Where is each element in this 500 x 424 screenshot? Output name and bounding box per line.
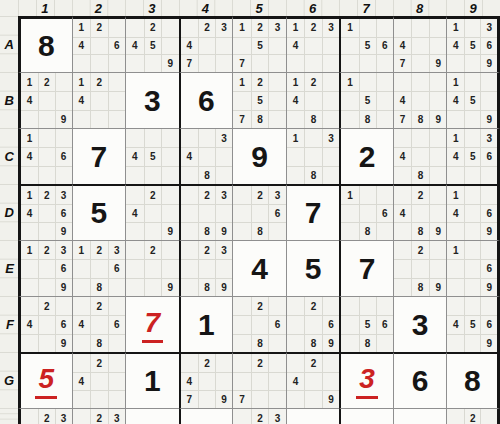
empty-candidate-slot — [394, 241, 412, 259]
candidate-digit: 1 — [287, 73, 305, 91]
candidate-digit: 2 — [304, 19, 322, 37]
solved-digit: 7 — [305, 198, 322, 228]
empty-candidate-slot — [287, 390, 305, 408]
empty-candidate-slot — [411, 19, 429, 37]
empty-candidate-slot — [38, 259, 55, 277]
cell-F2[interactable]: 2468 — [72, 296, 126, 352]
candidate-digit: 4 — [21, 147, 38, 165]
empty-candidate-slot — [376, 91, 393, 109]
cell-F6[interactable]: 2689 — [286, 296, 340, 352]
empty-candidate-slot — [304, 54, 322, 72]
cell-A4[interactable]: 2347 — [179, 16, 233, 72]
empty-candidate-slot — [108, 297, 126, 315]
candidate-digit: 3 — [480, 129, 497, 147]
cell-G7[interactable]: 3 — [339, 352, 393, 408]
candidate-digit: 9 — [55, 334, 72, 352]
empty-candidate-slot — [429, 129, 447, 147]
candidate-digit: 6 — [480, 204, 497, 222]
candidate-digit: 9 — [215, 278, 232, 296]
candidate-digit: 4 — [287, 372, 305, 390]
candidate-digit: 1 — [447, 19, 464, 37]
cell-B4[interactable]: 6 — [179, 72, 233, 128]
cell-C4[interactable]: 348 — [179, 128, 233, 184]
empty-candidate-slot — [161, 37, 179, 55]
empty-candidate-slot — [376, 186, 393, 204]
candidate-digit: 2 — [304, 354, 322, 372]
empty-candidate-slot — [359, 54, 376, 72]
candidate-digit: 4 — [21, 204, 38, 222]
cell-B5[interactable]: 12578 — [232, 72, 286, 128]
candidate-digit: 9 — [55, 222, 72, 240]
solved-digit: 8 — [38, 31, 55, 61]
empty-candidate-slot — [429, 186, 447, 204]
cell-E5[interactable]: 4 — [232, 240, 286, 296]
column-label-3: 3 — [125, 0, 179, 16]
empty-candidate-slot — [341, 110, 358, 128]
empty-candidate-slot — [322, 110, 340, 128]
empty-candidate-slot — [287, 354, 305, 372]
candidate-digit: 6 — [268, 204, 286, 222]
candidate-digit: 2 — [464, 409, 481, 424]
empty-candidate-slot — [268, 54, 286, 72]
cell-C3[interactable]: 45 — [125, 128, 179, 184]
empty-candidate-slot — [268, 354, 286, 372]
empty-candidate-slot — [394, 166, 412, 184]
empty-candidate-slot — [73, 297, 91, 315]
empty-candidate-slot — [304, 372, 322, 390]
cell-E9[interactable]: 169 — [446, 240, 500, 296]
candidate-digit: 6 — [108, 315, 126, 333]
empty-candidate-slot — [429, 259, 447, 277]
empty-candidate-slot — [268, 372, 286, 390]
candidate-digit: 4 — [394, 91, 412, 109]
candidate-digit: 3 — [268, 409, 286, 424]
empty-candidate-slot — [181, 354, 198, 372]
solved-digit: 6 — [198, 86, 215, 116]
candidate-digit: 9 — [55, 110, 72, 128]
solved-digit: 5 — [90, 198, 107, 228]
candidate-digit: 8 — [359, 110, 376, 128]
empty-candidate-slot — [322, 73, 340, 91]
cell-C7[interactable]: 2 — [339, 128, 393, 184]
candidate-digit: 1 — [447, 73, 464, 91]
cell-B3[interactable]: 3 — [125, 72, 179, 128]
cell-E6[interactable]: 5 — [286, 240, 340, 296]
candidate-digit: 6 — [55, 315, 72, 333]
cell-A9[interactable]: 134569 — [446, 16, 500, 72]
empty-candidate-slot — [90, 110, 108, 128]
empty-candidate-slot — [251, 204, 269, 222]
empty-candidate-slot — [359, 186, 376, 204]
column-label-8: 8 — [393, 0, 447, 16]
empty-candidate-slot — [108, 110, 126, 128]
red-entry-digit: 7 — [142, 307, 164, 343]
candidate-digit: 4 — [394, 204, 412, 222]
empty-candidate-slot — [464, 297, 481, 315]
candidate-digit: 2 — [38, 409, 55, 424]
empty-candidate-slot — [447, 166, 464, 184]
empty-candidate-slot — [447, 409, 464, 424]
candidate-digit: 1 — [73, 241, 91, 259]
candidate-digit: 2 — [90, 354, 108, 372]
empty-candidate-slot — [21, 259, 38, 277]
empty-candidate-slot — [287, 166, 305, 184]
empty-candidate-slot — [376, 110, 393, 128]
cell-A1[interactable]: 8 — [18, 16, 72, 72]
empty-candidate-slot — [447, 259, 464, 277]
empty-candidate-slot — [447, 278, 464, 296]
candidate-digit: 8 — [304, 166, 322, 184]
candidate-digit: 4 — [73, 372, 91, 390]
empty-candidate-slot — [161, 259, 179, 277]
candidate-digit: 8 — [411, 166, 429, 184]
cell-D4[interactable]: 2389 — [179, 184, 233, 240]
candidate-digit: 2 — [198, 186, 215, 204]
candidate-digit: 5 — [359, 315, 376, 333]
empty-candidate-slot — [161, 129, 179, 147]
cell-C6[interactable]: 138 — [286, 128, 340, 184]
empty-candidate-slot — [233, 297, 251, 315]
candidate-digit: 2 — [90, 409, 108, 424]
candidate-digit: 9 — [161, 54, 179, 72]
empty-candidate-slot — [287, 334, 305, 352]
cell-D8[interactable]: 2489 — [393, 184, 447, 240]
cell-D5[interactable]: 2368 — [232, 184, 286, 240]
solved-digit: 2 — [359, 142, 376, 172]
candidate-digit: 2 — [304, 73, 322, 91]
empty-candidate-slot — [215, 204, 232, 222]
cell-D3[interactable]: 249 — [125, 184, 179, 240]
empty-candidate-slot — [394, 19, 412, 37]
cell-E4[interactable]: 2389 — [179, 240, 233, 296]
candidate-digit: 6 — [55, 259, 72, 277]
candidate-digit: 1 — [73, 73, 91, 91]
candidate-digit: 3 — [55, 186, 72, 204]
empty-candidate-slot — [73, 54, 91, 72]
candidate-digit: 9 — [480, 54, 497, 72]
empty-candidate-slot — [480, 91, 497, 109]
cell-E7[interactable]: 7 — [339, 240, 393, 296]
candidate-digit: 9 — [480, 222, 497, 240]
cell-H9[interactable]: 2 — [446, 408, 500, 424]
candidate-digit: 9 — [480, 110, 497, 128]
sudoku-board: 123456789A812462459234712357123415647913… — [0, 0, 500, 424]
empty-candidate-slot — [126, 259, 144, 277]
empty-candidate-slot — [181, 19, 198, 37]
empty-candidate-slot — [376, 73, 393, 91]
candidate-digit: 8 — [251, 110, 269, 128]
candidate-digit: 3 — [322, 19, 340, 37]
cell-G2[interactable]: 24 — [72, 352, 126, 408]
cell-G3[interactable]: 1 — [125, 352, 179, 408]
cell-B7[interactable]: 158 — [339, 72, 393, 128]
cell-F1[interactable]: 2469 — [18, 296, 72, 352]
candidate-digit: 1 — [341, 19, 358, 37]
cell-B6[interactable]: 1248 — [286, 72, 340, 128]
cell-A8[interactable]: 479 — [393, 16, 447, 72]
candidate-digit: 1 — [21, 186, 38, 204]
candidate-digit: 5 — [251, 91, 269, 109]
cell-H8[interactable] — [393, 408, 447, 424]
red-entry-digit: 3 — [356, 363, 378, 399]
candidate-digit: 6 — [480, 147, 497, 165]
cell-E2[interactable]: 12368 — [72, 240, 126, 296]
empty-candidate-slot — [341, 222, 358, 240]
empty-candidate-slot — [126, 186, 144, 204]
empty-candidate-slot — [21, 334, 38, 352]
candidate-digit: 3 — [55, 241, 72, 259]
candidate-digit: 8 — [411, 110, 429, 128]
empty-candidate-slot — [287, 147, 305, 165]
cell-F3[interactable]: 7 — [125, 296, 179, 352]
cell-B2[interactable]: 124 — [72, 72, 126, 128]
candidate-digit: 9 — [429, 278, 447, 296]
candidate-digit: 3 — [215, 241, 232, 259]
candidate-digit: 2 — [38, 73, 55, 91]
cell-F7[interactable]: 568 — [339, 296, 393, 352]
cell-G9[interactable]: 8 — [446, 352, 500, 408]
candidate-digit: 3 — [55, 409, 72, 424]
candidate-digit: 7 — [233, 54, 251, 72]
candidate-digit: 3 — [108, 241, 126, 259]
empty-candidate-slot — [198, 129, 215, 147]
empty-candidate-slot — [251, 372, 269, 390]
empty-candidate-slot — [411, 129, 429, 147]
candidate-digit: 1 — [287, 129, 305, 147]
cell-A3[interactable]: 2459 — [125, 16, 179, 72]
column-label-5: 5 — [232, 0, 286, 16]
empty-candidate-slot — [447, 222, 464, 240]
cell-H4[interactable] — [179, 408, 233, 424]
empty-candidate-slot — [126, 222, 144, 240]
cell-H1[interactable]: 23 — [18, 408, 72, 424]
candidate-digit: 8 — [304, 110, 322, 128]
column-label-6: 6 — [286, 0, 340, 16]
cell-C5[interactable]: 9 — [232, 128, 286, 184]
candidate-digit: 3 — [268, 186, 286, 204]
cell-D1[interactable]: 123469 — [18, 184, 72, 240]
empty-candidate-slot — [90, 259, 108, 277]
empty-candidate-slot — [287, 110, 305, 128]
cell-B9[interactable]: 1459 — [446, 72, 500, 128]
empty-candidate-slot — [108, 91, 126, 109]
cell-F5[interactable]: 268 — [232, 296, 286, 352]
empty-candidate-slot — [21, 409, 38, 424]
cell-G5[interactable]: 27 — [232, 352, 286, 408]
empty-candidate-slot — [322, 354, 340, 372]
cell-H3[interactable] — [125, 408, 179, 424]
empty-candidate-slot — [322, 37, 340, 55]
solved-digit: 9 — [251, 142, 268, 172]
empty-candidate-slot — [126, 19, 144, 37]
solved-digit: 1 — [144, 366, 161, 396]
candidate-digit: 2 — [251, 409, 269, 424]
empty-candidate-slot — [38, 315, 55, 333]
empty-candidate-slot — [376, 334, 393, 352]
cell-H7[interactable] — [339, 408, 393, 424]
candidate-digit: 4 — [181, 37, 198, 55]
empty-candidate-slot — [322, 372, 340, 390]
cell-C9[interactable]: 13456 — [446, 128, 500, 184]
empty-candidate-slot — [359, 297, 376, 315]
cell-C8[interactable]: 48 — [393, 128, 447, 184]
empty-candidate-slot — [233, 334, 251, 352]
candidate-digit: 4 — [394, 147, 412, 165]
candidate-digit: 4 — [447, 147, 464, 165]
cell-E8[interactable]: 289 — [393, 240, 447, 296]
empty-candidate-slot — [215, 354, 232, 372]
cell-H6[interactable] — [286, 408, 340, 424]
empty-candidate-slot — [38, 147, 55, 165]
cell-F4[interactable]: 1 — [179, 296, 233, 352]
empty-candidate-slot — [268, 110, 286, 128]
empty-candidate-slot — [108, 372, 126, 390]
empty-candidate-slot — [144, 129, 162, 147]
cell-G4[interactable]: 2479 — [179, 352, 233, 408]
candidate-digit: 3 — [268, 19, 286, 37]
empty-candidate-slot — [198, 54, 215, 72]
empty-candidate-slot — [233, 409, 251, 424]
candidate-digit: 4 — [126, 37, 144, 55]
cell-E1[interactable]: 12369 — [18, 240, 72, 296]
empty-candidate-slot — [429, 166, 447, 184]
candidate-digit: 2 — [38, 186, 55, 204]
empty-candidate-slot — [73, 278, 91, 296]
empty-candidate-slot — [464, 259, 481, 277]
empty-candidate-slot — [376, 54, 393, 72]
empty-candidate-slot — [268, 390, 286, 408]
candidate-digit: 9 — [322, 334, 340, 352]
empty-candidate-slot — [268, 222, 286, 240]
candidate-digit: 9 — [429, 222, 447, 240]
candidate-digit: 7 — [394, 54, 412, 72]
empty-candidate-slot — [38, 129, 55, 147]
candidate-digit: 4 — [21, 315, 38, 333]
empty-candidate-slot — [464, 166, 481, 184]
candidate-digit: 4 — [287, 91, 305, 109]
solved-digit: 7 — [359, 254, 376, 284]
empty-candidate-slot — [233, 37, 251, 55]
cell-D7[interactable]: 168 — [339, 184, 393, 240]
empty-candidate-slot — [233, 222, 251, 240]
empty-candidate-slot — [429, 37, 447, 55]
candidate-digit: 4 — [21, 91, 38, 109]
empty-candidate-slot — [73, 354, 91, 372]
candidate-digit: 8 — [90, 334, 108, 352]
cell-D2[interactable]: 5 — [72, 184, 126, 240]
empty-candidate-slot — [341, 54, 358, 72]
cell-H2[interactable]: 23 — [72, 408, 126, 424]
empty-candidate-slot — [251, 390, 269, 408]
empty-candidate-slot — [38, 334, 55, 352]
candidate-digit: 9 — [429, 110, 447, 128]
empty-candidate-slot — [73, 110, 91, 128]
cell-H5[interactable]: 23 — [232, 408, 286, 424]
cell-G8[interactable]: 6 — [393, 352, 447, 408]
cell-G6[interactable]: 249 — [286, 352, 340, 408]
column-label-9: 9 — [446, 0, 500, 16]
column-label-2: 2 — [72, 0, 126, 16]
cell-B8[interactable]: 4789 — [393, 72, 447, 128]
candidate-digit: 6 — [480, 315, 497, 333]
candidate-digit: 6 — [376, 315, 393, 333]
cell-C1[interactable]: 146 — [18, 128, 72, 184]
candidate-digit: 4 — [447, 91, 464, 109]
cell-A2[interactable]: 1246 — [72, 16, 126, 72]
empty-candidate-slot — [38, 166, 55, 184]
cell-D9[interactable]: 1469 — [446, 184, 500, 240]
empty-candidate-slot — [108, 334, 126, 352]
empty-candidate-slot — [55, 129, 72, 147]
cell-A6[interactable]: 1234 — [286, 16, 340, 72]
row-label-cutoff — [0, 408, 18, 424]
candidate-digit: 9 — [161, 278, 179, 296]
candidate-digit: 5 — [359, 91, 376, 109]
empty-candidate-slot — [480, 409, 497, 424]
empty-candidate-slot — [198, 37, 215, 55]
empty-candidate-slot — [108, 278, 126, 296]
candidate-digit: 7 — [394, 110, 412, 128]
empty-candidate-slot — [38, 91, 55, 109]
candidate-digit: 3 — [215, 186, 232, 204]
cell-B1[interactable]: 1249 — [18, 72, 72, 128]
empty-candidate-slot — [322, 166, 340, 184]
empty-candidate-slot — [126, 166, 144, 184]
empty-candidate-slot — [161, 147, 179, 165]
candidate-digit: 6 — [55, 204, 72, 222]
row-label-G: G — [0, 352, 18, 408]
candidate-digit: 1 — [341, 73, 358, 91]
empty-candidate-slot — [304, 315, 322, 333]
empty-candidate-slot — [38, 222, 55, 240]
empty-candidate-slot — [322, 147, 340, 165]
candidate-digit: 4 — [287, 37, 305, 55]
candidate-digit: 2 — [38, 297, 55, 315]
candidate-digit: 5 — [464, 315, 481, 333]
empty-candidate-slot — [480, 297, 497, 315]
empty-candidate-slot — [181, 204, 198, 222]
cell-A5[interactable]: 12357 — [232, 16, 286, 72]
cell-C2[interactable]: 7 — [72, 128, 126, 184]
empty-candidate-slot — [411, 54, 429, 72]
cell-F9[interactable]: 4569 — [446, 296, 500, 352]
cell-D6[interactable]: 7 — [286, 184, 340, 240]
candidate-digit: 2 — [411, 241, 429, 259]
candidate-digit: 9 — [215, 222, 232, 240]
candidate-digit: 2 — [90, 19, 108, 37]
empty-candidate-slot — [126, 54, 144, 72]
candidate-digit: 2 — [304, 297, 322, 315]
row-label-E: E — [0, 240, 18, 296]
candidate-digit: 7 — [233, 390, 251, 408]
red-entry-digit: 5 — [35, 363, 57, 399]
cell-F8[interactable]: 3 — [393, 296, 447, 352]
candidate-digit: 8 — [411, 278, 429, 296]
empty-candidate-slot — [108, 390, 126, 408]
candidate-digit: 1 — [73, 19, 91, 37]
cell-G1[interactable]: 5 — [18, 352, 72, 408]
empty-candidate-slot — [411, 147, 429, 165]
empty-candidate-slot — [181, 241, 198, 259]
cell-A7[interactable]: 156 — [339, 16, 393, 72]
cell-E3[interactable]: 29 — [125, 240, 179, 296]
candidate-digit: 8 — [411, 222, 429, 240]
column-label-7: 7 — [339, 0, 393, 16]
candidate-digit: 3 — [108, 409, 126, 424]
candidate-digit: 3 — [215, 129, 232, 147]
solved-digit: 4 — [251, 254, 268, 284]
candidate-digit: 9 — [322, 390, 340, 408]
